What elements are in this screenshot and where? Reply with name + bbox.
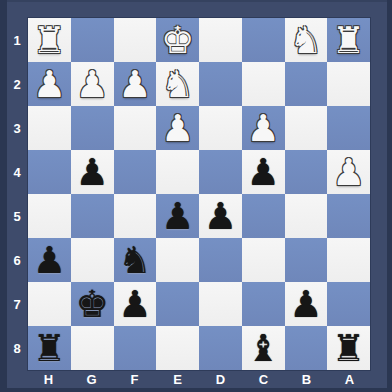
frame-edge-right	[387, 0, 392, 392]
square-c6[interactable]	[242, 238, 285, 282]
square-f4[interactable]	[114, 150, 157, 194]
square-h1[interactable]: ♜	[28, 18, 71, 62]
black-rook-piece: ♜	[33, 327, 66, 370]
white-pawn-piece: ♟	[247, 107, 280, 150]
square-h5[interactable]	[28, 194, 71, 238]
square-h2[interactable]: ♟	[28, 62, 71, 106]
rank-label-2: 2	[7, 62, 27, 106]
black-king-piece: ♚	[76, 283, 109, 326]
square-d5[interactable]: ♟	[199, 194, 242, 238]
square-c8[interactable]: ♝	[242, 326, 285, 370]
square-h8[interactable]: ♜	[28, 326, 71, 370]
square-c4[interactable]: ♟	[242, 150, 285, 194]
square-g3[interactable]	[71, 106, 114, 150]
square-g4[interactable]: ♟	[71, 150, 114, 194]
rank-label-1: 1	[7, 18, 27, 62]
white-pawn-piece: ♟	[118, 63, 151, 106]
white-rook-piece: ♜	[33, 19, 66, 62]
rank-label-7: 7	[7, 282, 27, 326]
rank-label-3: 3	[7, 106, 27, 150]
square-h4[interactable]	[28, 150, 71, 194]
white-pawn-piece: ♟	[161, 107, 194, 150]
square-g7[interactable]: ♚	[71, 282, 114, 326]
square-h7[interactable]	[28, 282, 71, 326]
rank-label-8: 8	[7, 326, 27, 370]
white-knight-piece: ♞	[289, 19, 322, 62]
white-pawn-piece: ♟	[33, 63, 66, 106]
rank-label-4: 4	[7, 150, 27, 194]
black-knight-piece: ♞	[118, 239, 151, 282]
square-a3[interactable]	[327, 106, 370, 150]
square-a2[interactable]	[327, 62, 370, 106]
square-a8[interactable]: ♜	[327, 326, 370, 370]
black-pawn-piece: ♟	[118, 283, 151, 326]
black-pawn-piece: ♟	[161, 195, 194, 238]
black-pawn-piece: ♟	[247, 151, 280, 194]
square-e3[interactable]: ♟	[156, 106, 199, 150]
square-e2[interactable]: ♞	[156, 62, 199, 106]
square-b4[interactable]	[285, 150, 328, 194]
rank-labels: 12345678	[7, 18, 27, 370]
square-a5[interactable]	[327, 194, 370, 238]
square-e7[interactable]	[156, 282, 199, 326]
square-c7[interactable]	[242, 282, 285, 326]
frame-edge-top	[0, 0, 392, 2]
square-c3[interactable]: ♟	[242, 106, 285, 150]
square-d4[interactable]	[199, 150, 242, 194]
square-c2[interactable]	[242, 62, 285, 106]
frame-edge-left	[0, 0, 7, 392]
square-e1[interactable]: ♚	[156, 18, 199, 62]
file-label-b: B	[285, 371, 328, 388]
black-pawn-piece: ♟	[76, 151, 109, 194]
square-a1[interactable]: ♜	[327, 18, 370, 62]
file-label-f: F	[113, 371, 156, 388]
white-king-piece: ♚	[161, 19, 194, 62]
square-d1[interactable]	[199, 18, 242, 62]
black-pawn-piece: ♟	[289, 283, 322, 326]
square-c5[interactable]	[242, 194, 285, 238]
black-bishop-piece: ♝	[247, 327, 280, 370]
square-e8[interactable]	[156, 326, 199, 370]
file-label-e: E	[156, 371, 199, 388]
square-d7[interactable]	[199, 282, 242, 326]
square-a7[interactable]	[327, 282, 370, 326]
square-f3[interactable]	[114, 106, 157, 150]
square-a4[interactable]: ♟	[327, 150, 370, 194]
square-e5[interactable]: ♟	[156, 194, 199, 238]
square-d3[interactable]	[199, 106, 242, 150]
square-e4[interactable]	[156, 150, 199, 194]
square-h6[interactable]: ♟	[28, 238, 71, 282]
square-c1[interactable]	[242, 18, 285, 62]
square-f1[interactable]	[114, 18, 157, 62]
file-labels: HGFEDCBA	[27, 371, 371, 388]
square-f8[interactable]	[114, 326, 157, 370]
white-rook-piece: ♜	[332, 19, 365, 62]
square-f7[interactable]: ♟	[114, 282, 157, 326]
square-g2[interactable]: ♟	[71, 62, 114, 106]
file-label-h: H	[27, 371, 70, 388]
square-g5[interactable]	[71, 194, 114, 238]
square-d8[interactable]	[199, 326, 242, 370]
square-h3[interactable]	[28, 106, 71, 150]
black-rook-piece: ♜	[332, 327, 365, 370]
square-f5[interactable]	[114, 194, 157, 238]
chess-diagram: 12345678 ♜♚♞♜♟♟♟♞♟♟♟♟♟♟♟♟♞♚♟♟♜♝♜ HGFEDCB…	[0, 0, 392, 392]
white-pawn-piece: ♟	[332, 151, 365, 194]
square-a6[interactable]	[327, 238, 370, 282]
black-pawn-piece: ♟	[33, 239, 66, 282]
file-label-a: A	[328, 371, 371, 388]
square-b3[interactable]	[285, 106, 328, 150]
square-b5[interactable]	[285, 194, 328, 238]
file-label-g: G	[70, 371, 113, 388]
chess-board: ♜♚♞♜♟♟♟♞♟♟♟♟♟♟♟♟♞♚♟♟♜♝♜	[27, 17, 371, 371]
square-b6[interactable]	[285, 238, 328, 282]
black-pawn-piece: ♟	[204, 195, 237, 238]
rank-label-5: 5	[7, 194, 27, 238]
square-g8[interactable]	[71, 326, 114, 370]
square-f2[interactable]: ♟	[114, 62, 157, 106]
square-g1[interactable]	[71, 18, 114, 62]
square-d6[interactable]	[199, 238, 242, 282]
square-b8[interactable]	[285, 326, 328, 370]
white-pawn-piece: ♟	[76, 63, 109, 106]
square-b7[interactable]: ♟	[285, 282, 328, 326]
square-b2[interactable]	[285, 62, 328, 106]
file-label-d: D	[199, 371, 242, 388]
rank-label-6: 6	[7, 238, 27, 282]
square-g6[interactable]	[71, 238, 114, 282]
white-knight-piece: ♞	[161, 63, 194, 106]
frame-edge-bottom	[0, 388, 392, 392]
square-b1[interactable]: ♞	[285, 18, 328, 62]
square-d2[interactable]	[199, 62, 242, 106]
file-label-c: C	[242, 371, 285, 388]
square-f6[interactable]: ♞	[114, 238, 157, 282]
square-e6[interactable]	[156, 238, 199, 282]
